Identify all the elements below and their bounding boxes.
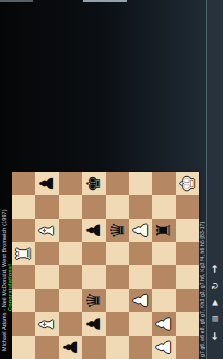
play-button[interactable]: ▶ [207, 295, 223, 311]
square-g1[interactable] [176, 195, 199, 218]
square-b4[interactable] [106, 312, 129, 335]
square-e7[interactable] [35, 242, 58, 265]
square-c7[interactable] [35, 289, 58, 312]
square-b5[interactable]: ♟ [82, 312, 105, 335]
square-f8[interactable] [12, 219, 35, 242]
square-c3[interactable]: ♟ [129, 289, 152, 312]
square-a5[interactable] [82, 336, 105, 359]
square-c5[interactable]: ♛ [82, 289, 105, 312]
chess-board: ♜♝♝♟♟♟♛♟♚♛♟♟♟♟♜♚ [12, 172, 199, 359]
square-c2[interactable] [152, 289, 175, 312]
edge-highlight-top [0, 0, 33, 3]
square-a6[interactable]: ♟ [59, 336, 82, 359]
square-b1[interactable] [176, 312, 199, 335]
forward-button[interactable]: → [207, 261, 223, 277]
app-canvas: Michael Adams - Neil McDonald, West Brom… [0, 0, 223, 359]
square-h4[interactable] [106, 172, 129, 195]
square-b7[interactable]: ♝ [35, 312, 58, 335]
square-d4[interactable] [106, 265, 129, 288]
white-pawn: ♟ [152, 312, 175, 335]
square-b3[interactable] [129, 312, 152, 335]
square-g3[interactable] [129, 195, 152, 218]
square-g2[interactable] [152, 195, 175, 218]
square-e8[interactable]: ♜ [12, 242, 35, 265]
white-bishop: ♝ [35, 312, 58, 335]
black-queen: ♛ [106, 219, 129, 242]
white-rook: ♜ [12, 242, 35, 265]
black-pawn: ♟ [82, 312, 105, 335]
move-list: g7 g6, e6 e8, g6 g7, Kh3 g3, g7 h6, Kg3 … [199, 1, 205, 357]
square-h2[interactable] [152, 172, 175, 195]
black-queen: ♛ [82, 289, 105, 312]
black-pawn: ♟ [82, 219, 105, 242]
square-e5[interactable] [82, 242, 105, 265]
square-h1[interactable]: ♚ [176, 172, 199, 195]
square-e6[interactable] [59, 242, 82, 265]
square-a1[interactable] [176, 336, 199, 359]
white-pawn: ♟ [152, 336, 175, 359]
square-a3[interactable] [129, 336, 152, 359]
square-d2[interactable] [152, 265, 175, 288]
back-button[interactable]: ← [207, 328, 223, 344]
square-f4[interactable]: ♛ [106, 219, 129, 242]
square-e4[interactable] [106, 242, 129, 265]
square-a8[interactable] [12, 336, 35, 359]
edge-highlight-mid [83, 0, 127, 3]
square-d6[interactable] [59, 265, 82, 288]
square-g6[interactable] [59, 195, 82, 218]
square-d8[interactable] [12, 265, 35, 288]
square-d3[interactable] [129, 265, 152, 288]
square-b6[interactable] [59, 312, 82, 335]
square-f3[interactable]: ♟ [129, 219, 152, 242]
square-g5[interactable] [82, 195, 105, 218]
square-c4[interactable] [106, 289, 129, 312]
square-d1[interactable] [176, 265, 199, 288]
screen: Michael Adams - Neil McDonald, West Brom… [0, 0, 223, 359]
square-e1[interactable] [176, 242, 199, 265]
square-c1[interactable] [176, 289, 199, 312]
square-h5[interactable]: ♚ [82, 172, 105, 195]
square-e3[interactable] [129, 242, 152, 265]
square-a7[interactable] [35, 336, 58, 359]
white-pawn: ♟ [129, 219, 152, 242]
black-pawn: ♟ [59, 336, 82, 359]
square-b8[interactable] [12, 312, 35, 335]
white-king: ♚ [176, 172, 199, 195]
square-f7[interactable]: ♝ [35, 219, 58, 242]
square-g4[interactable] [106, 195, 129, 218]
square-h6[interactable] [59, 172, 82, 195]
square-g7[interactable] [35, 195, 58, 218]
toolbar: ←▤▶↻→ [207, 0, 223, 359]
square-h7[interactable]: ♟ [35, 172, 58, 195]
square-f1[interactable] [176, 219, 199, 242]
white-pawn: ♟ [129, 289, 152, 312]
black-rook: ♜ [152, 219, 175, 242]
square-g8[interactable] [12, 195, 35, 218]
square-f5[interactable]: ♟ [82, 219, 105, 242]
white-bishop: ♝ [35, 219, 58, 242]
black-pawn: ♟ [35, 172, 58, 195]
square-h8[interactable] [12, 172, 35, 195]
square-b2[interactable]: ♟ [152, 312, 175, 335]
square-d5[interactable] [82, 265, 105, 288]
square-f6[interactable] [59, 219, 82, 242]
square-d7[interactable] [35, 265, 58, 288]
square-a4[interactable] [106, 336, 129, 359]
square-f2[interactable]: ♜ [152, 219, 175, 242]
square-a2[interactable]: ♟ [152, 336, 175, 359]
square-c6[interactable] [59, 289, 82, 312]
replay-button[interactable]: ↻ [207, 278, 223, 294]
square-h3[interactable] [129, 172, 152, 195]
black-king: ♚ [82, 172, 105, 195]
square-e2[interactable] [152, 242, 175, 265]
square-c8[interactable] [12, 289, 35, 312]
list-button[interactable]: ▤ [207, 311, 223, 327]
